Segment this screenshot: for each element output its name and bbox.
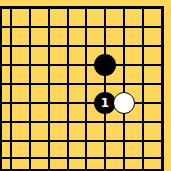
stone-black-q16 bbox=[94, 54, 116, 76]
grid-line-vertical-2 bbox=[29, 6, 31, 171]
grid-line-vertical-3 bbox=[48, 6, 50, 171]
grid-line-vertical-0 bbox=[0, 6, 2, 171]
grid-line-vertical-7 bbox=[123, 6, 125, 171]
grid-line-horizontal-1 bbox=[0, 26, 164, 28]
grid-line-vertical-9 bbox=[161, 6, 164, 171]
go-board: 1 bbox=[0, 0, 171, 171]
grid-line-horizontal-5 bbox=[0, 102, 164, 104]
grid-line-horizontal-3 bbox=[0, 64, 164, 66]
go-diagram: 1 bbox=[0, 0, 171, 171]
grid-line-vertical-4 bbox=[67, 6, 69, 171]
grid-line-horizontal-8 bbox=[0, 157, 164, 159]
grid-line-vertical-8 bbox=[142, 6, 144, 171]
stone-white-r14 bbox=[113, 92, 135, 114]
grid-line-horizontal-2 bbox=[0, 45, 164, 47]
move-number-label: 1 bbox=[101, 97, 109, 109]
grid-line-horizontal-0 bbox=[0, 6, 164, 9]
grid-line-vertical-6 bbox=[104, 6, 106, 171]
grid-line-horizontal-4 bbox=[0, 83, 164, 85]
grid-line-horizontal-9 bbox=[0, 169, 164, 171]
grid-line-horizontal-7 bbox=[0, 140, 164, 142]
grid-line-vertical-1 bbox=[10, 6, 12, 171]
grid-line-vertical-5 bbox=[85, 6, 87, 171]
grid-line-horizontal-6 bbox=[0, 121, 164, 123]
